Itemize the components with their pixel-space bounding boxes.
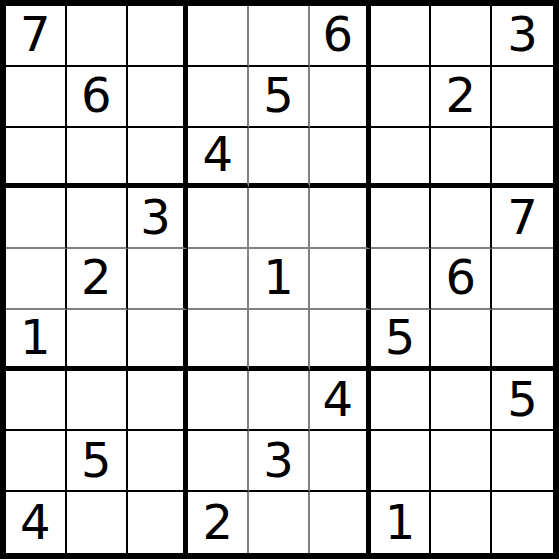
cell-r5c1[interactable] — [6, 249, 67, 310]
cell-r6c5[interactable] — [249, 310, 310, 371]
given-digit: 7 — [507, 193, 538, 241]
cell-r6c2[interactable] — [67, 310, 128, 371]
cell-r9c8[interactable] — [431, 492, 492, 553]
cell-r8c4[interactable] — [188, 431, 249, 492]
cell-r6c4[interactable] — [188, 310, 249, 371]
cell-r2c7[interactable] — [371, 67, 432, 128]
cell-r4c1[interactable] — [6, 188, 67, 249]
cell-r6c7[interactable]: 5 — [371, 310, 432, 371]
given-digit: 4 — [322, 375, 353, 423]
given-digit: 2 — [81, 253, 112, 301]
cell-r9c2[interactable] — [67, 492, 128, 553]
cell-r6c9[interactable] — [492, 310, 553, 371]
given-digit: 5 — [507, 375, 538, 423]
cell-r2c3[interactable] — [128, 67, 189, 128]
given-digit: 6 — [446, 253, 477, 301]
cell-r5c5[interactable]: 1 — [249, 249, 310, 310]
cell-r3c3[interactable] — [128, 128, 189, 189]
cell-r4c4[interactable] — [188, 188, 249, 249]
cell-r1c9[interactable]: 3 — [492, 6, 553, 67]
cell-r3c4[interactable]: 4 — [188, 128, 249, 189]
given-digit: 3 — [507, 10, 538, 58]
cell-r7c9[interactable]: 5 — [492, 371, 553, 432]
cell-r8c6[interactable] — [310, 431, 371, 492]
given-digit: 3 — [263, 436, 294, 484]
given-digit: 4 — [202, 130, 233, 178]
cell-r7c4[interactable] — [188, 371, 249, 432]
cell-r5c3[interactable] — [128, 249, 189, 310]
cell-r1c8[interactable] — [431, 6, 492, 67]
cell-r8c5[interactable]: 3 — [249, 431, 310, 492]
cell-r2c4[interactable] — [188, 67, 249, 128]
given-digit: 1 — [263, 253, 294, 301]
cell-r5c2[interactable]: 2 — [67, 249, 128, 310]
cell-r7c2[interactable] — [67, 371, 128, 432]
cell-r7c3[interactable] — [128, 371, 189, 432]
cell-r7c5[interactable] — [249, 371, 310, 432]
cell-r4c6[interactable] — [310, 188, 371, 249]
cell-r9c9[interactable] — [492, 492, 553, 553]
cell-r1c4[interactable] — [188, 6, 249, 67]
cell-r6c1[interactable]: 1 — [6, 310, 67, 371]
cell-r8c7[interactable] — [371, 431, 432, 492]
given-digit: 2 — [202, 498, 233, 546]
cell-r8c9[interactable] — [492, 431, 553, 492]
cell-r5c4[interactable] — [188, 249, 249, 310]
cell-r3c2[interactable] — [67, 128, 128, 189]
cell-r4c9[interactable]: 7 — [492, 188, 553, 249]
cell-r8c3[interactable] — [128, 431, 189, 492]
cell-r7c1[interactable] — [6, 371, 67, 432]
cell-r3c6[interactable] — [310, 128, 371, 189]
cell-r1c2[interactable] — [67, 6, 128, 67]
cell-r7c6[interactable]: 4 — [310, 371, 371, 432]
cell-r3c1[interactable] — [6, 128, 67, 189]
cell-r9c3[interactable] — [128, 492, 189, 553]
cell-r8c2[interactable]: 5 — [67, 431, 128, 492]
cell-r1c3[interactable] — [128, 6, 189, 67]
cell-r4c7[interactable] — [371, 188, 432, 249]
cell-r2c9[interactable] — [492, 67, 553, 128]
cell-r6c6[interactable] — [310, 310, 371, 371]
cell-r5c7[interactable] — [371, 249, 432, 310]
given-digit: 4 — [20, 498, 51, 546]
cell-r9c1[interactable]: 4 — [6, 492, 67, 553]
cell-r3c8[interactable] — [431, 128, 492, 189]
cell-r4c8[interactable] — [431, 188, 492, 249]
given-digit: 2 — [446, 71, 477, 119]
cell-r9c6[interactable] — [310, 492, 371, 553]
cell-r8c1[interactable] — [6, 431, 67, 492]
cell-r3c7[interactable] — [371, 128, 432, 189]
cell-r1c5[interactable] — [249, 6, 310, 67]
given-digit: 5 — [263, 71, 294, 119]
cell-r1c6[interactable]: 6 — [310, 6, 371, 67]
given-digit: 5 — [81, 436, 112, 484]
cell-r4c5[interactable] — [249, 188, 310, 249]
cell-r1c1[interactable]: 7 — [6, 6, 67, 67]
cell-r7c8[interactable] — [431, 371, 492, 432]
cell-r9c5[interactable] — [249, 492, 310, 553]
given-digit: 1 — [20, 313, 51, 361]
cell-r1c7[interactable] — [371, 6, 432, 67]
cell-r3c5[interactable] — [249, 128, 310, 189]
cell-r5c6[interactable] — [310, 249, 371, 310]
cell-r3c9[interactable] — [492, 128, 553, 189]
cell-r5c8[interactable]: 6 — [431, 249, 492, 310]
cell-r9c4[interactable]: 2 — [188, 492, 249, 553]
cell-r2c8[interactable]: 2 — [431, 67, 492, 128]
cell-r2c6[interactable] — [310, 67, 371, 128]
cell-r5c9[interactable] — [492, 249, 553, 310]
given-digit: 5 — [385, 313, 416, 361]
cell-r2c5[interactable]: 5 — [249, 67, 310, 128]
cell-r2c1[interactable] — [6, 67, 67, 128]
given-digit: 6 — [322, 10, 353, 58]
cell-r4c3[interactable]: 3 — [128, 188, 189, 249]
cell-r6c8[interactable] — [431, 310, 492, 371]
cell-r9c7[interactable]: 1 — [371, 492, 432, 553]
given-digit: 3 — [140, 193, 171, 241]
given-digit: 7 — [20, 10, 51, 58]
cell-r2c2[interactable]: 6 — [67, 67, 128, 128]
cell-r7c7[interactable] — [371, 371, 432, 432]
cell-r4c2[interactable] — [67, 188, 128, 249]
cell-r6c3[interactable] — [128, 310, 189, 371]
sudoku-board: 763652437216154553421 — [0, 0, 559, 559]
given-digit: 1 — [385, 498, 416, 546]
given-digit: 6 — [81, 71, 112, 119]
cell-r8c8[interactable] — [431, 431, 492, 492]
